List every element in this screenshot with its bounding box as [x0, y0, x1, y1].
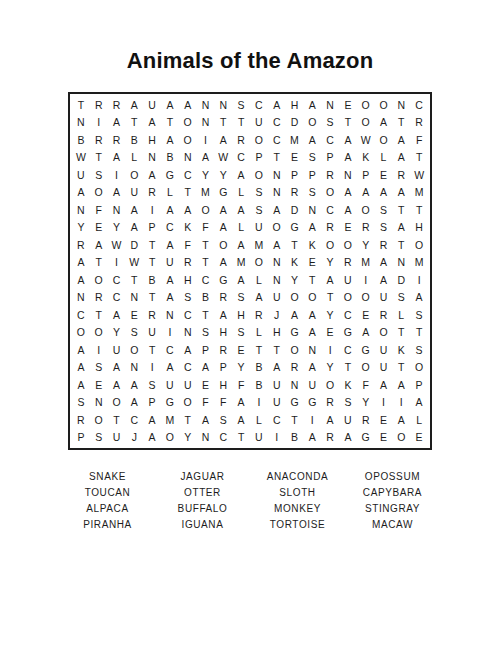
grid-cell[interactable]: O [90, 271, 108, 289]
grid-cell[interactable]: N [339, 166, 357, 184]
grid-cell[interactable]: E [321, 324, 339, 342]
grid-cell[interactable]: S [303, 149, 321, 167]
grid-cell[interactable]: T [392, 201, 410, 219]
grid-cell[interactable]: P [321, 149, 339, 167]
grid-cell[interactable]: M [197, 184, 215, 202]
grid-cell[interactable]: L [250, 271, 268, 289]
grid-cell[interactable]: S [232, 289, 250, 307]
grid-cell[interactable]: G [357, 341, 375, 359]
grid-cell[interactable]: H [410, 219, 428, 237]
grid-cell[interactable]: R [72, 236, 90, 254]
grid-cell[interactable]: E [232, 341, 250, 359]
grid-cell[interactable]: O [268, 219, 286, 237]
grid-cell[interactable]: A [232, 411, 250, 429]
grid-cell[interactable]: A [232, 271, 250, 289]
grid-cell[interactable]: R [108, 96, 126, 114]
grid-cell[interactable]: I [375, 394, 393, 412]
grid-cell[interactable]: H [214, 376, 232, 394]
grid-cell[interactable]: S [143, 376, 161, 394]
grid-cell[interactable]: N [90, 394, 108, 412]
grid-cell[interactable]: A [232, 201, 250, 219]
grid-cell[interactable]: O [72, 324, 90, 342]
grid-cell[interactable]: S [214, 411, 232, 429]
grid-cell[interactable]: F [357, 376, 375, 394]
grid-cell[interactable]: R [214, 289, 232, 307]
grid-cell[interactable]: P [214, 359, 232, 377]
grid-cell[interactable]: B [125, 131, 143, 149]
grid-cell[interactable]: F [197, 219, 215, 237]
grid-cell[interactable]: N [392, 96, 410, 114]
grid-cell[interactable]: W [357, 131, 375, 149]
grid-cell[interactable]: C [125, 411, 143, 429]
grid-cell[interactable]: T [268, 341, 286, 359]
grid-cell[interactable]: P [286, 166, 304, 184]
grid-cell[interactable]: I [108, 166, 126, 184]
grid-cell[interactable]: A [392, 219, 410, 237]
grid-cell[interactable]: P [197, 341, 215, 359]
grid-cell[interactable]: L [250, 324, 268, 342]
grid-cell[interactable]: T [90, 254, 108, 272]
grid-cell[interactable]: A [214, 306, 232, 324]
grid-cell[interactable]: H [268, 324, 286, 342]
grid-cell[interactable]: A [161, 201, 179, 219]
grid-cell[interactable]: A [72, 341, 90, 359]
grid-cell[interactable]: R [179, 254, 197, 272]
grid-cell[interactable]: S [410, 306, 428, 324]
grid-cell[interactable]: N [72, 201, 90, 219]
grid-cell[interactable]: A [392, 376, 410, 394]
grid-cell[interactable]: N [179, 149, 197, 167]
grid-cell[interactable]: T [143, 236, 161, 254]
grid-cell[interactable]: A [303, 359, 321, 377]
grid-cell[interactable]: N [392, 254, 410, 272]
grid-cell[interactable]: T [286, 411, 304, 429]
grid-cell[interactable]: F [410, 131, 428, 149]
grid-cell[interactable]: K [357, 149, 375, 167]
grid-cell[interactable]: P [143, 219, 161, 237]
grid-cell[interactable]: A [339, 201, 357, 219]
grid-cell[interactable]: Y [321, 359, 339, 377]
grid-cell[interactable]: G [161, 166, 179, 184]
grid-cell[interactable]: O [90, 324, 108, 342]
grid-cell[interactable]: Y [321, 254, 339, 272]
grid-cell[interactable]: O [250, 166, 268, 184]
grid-cell[interactable]: T [410, 149, 428, 167]
grid-cell[interactable]: E [90, 219, 108, 237]
grid-cell[interactable]: A [268, 359, 286, 377]
grid-cell[interactable]: A [410, 394, 428, 412]
grid-cell[interactable]: E [286, 149, 304, 167]
grid-cell[interactable]: S [232, 96, 250, 114]
grid-cell[interactable]: O [214, 236, 232, 254]
grid-cell[interactable]: U [125, 184, 143, 202]
grid-cell[interactable]: R [357, 411, 375, 429]
grid-cell[interactable]: A [125, 96, 143, 114]
grid-cell[interactable]: N [303, 201, 321, 219]
grid-cell[interactable]: F [214, 394, 232, 412]
grid-cell[interactable]: T [125, 114, 143, 132]
grid-cell[interactable]: G [161, 394, 179, 412]
grid-cell[interactable]: E [410, 429, 428, 447]
grid-cell[interactable]: Y [321, 306, 339, 324]
grid-cell[interactable]: N [125, 289, 143, 307]
grid-cell[interactable]: I [250, 394, 268, 412]
grid-cell[interactable]: T [268, 149, 286, 167]
grid-cell[interactable]: T [392, 324, 410, 342]
grid-cell[interactable]: O [108, 394, 126, 412]
grid-cell[interactable]: B [72, 131, 90, 149]
grid-cell[interactable]: Y [72, 219, 90, 237]
grid-cell[interactable]: S [197, 324, 215, 342]
grid-cell[interactable]: A [357, 184, 375, 202]
grid-cell[interactable]: W [72, 149, 90, 167]
grid-cell[interactable]: O [90, 184, 108, 202]
grid-cell[interactable]: T [232, 114, 250, 132]
grid-cell[interactable]: R [321, 219, 339, 237]
grid-cell[interactable]: M [286, 131, 304, 149]
grid-cell[interactable]: U [161, 376, 179, 394]
grid-cell[interactable]: T [197, 254, 215, 272]
grid-cell[interactable]: O [321, 376, 339, 394]
grid-cell[interactable]: A [179, 341, 197, 359]
grid-cell[interactable]: Y [214, 166, 232, 184]
grid-cell[interactable]: C [410, 96, 428, 114]
grid-cell[interactable]: N [143, 149, 161, 167]
grid-cell[interactable]: R [108, 131, 126, 149]
grid-cell[interactable]: S [339, 394, 357, 412]
grid-cell[interactable]: A [339, 149, 357, 167]
grid-cell[interactable]: O [321, 236, 339, 254]
grid-cell[interactable]: Y [197, 166, 215, 184]
grid-cell[interactable]: O [375, 131, 393, 149]
grid-cell[interactable]: R [321, 166, 339, 184]
grid-cell[interactable]: P [143, 394, 161, 412]
grid-cell[interactable]: A [108, 184, 126, 202]
grid-cell[interactable]: O [357, 359, 375, 377]
grid-cell[interactable]: K [303, 236, 321, 254]
grid-cell[interactable]: C [321, 131, 339, 149]
grid-cell[interactable]: G [286, 324, 304, 342]
grid-cell[interactable]: Y [232, 359, 250, 377]
grid-cell[interactable]: U [339, 271, 357, 289]
grid-cell[interactable]: G [357, 429, 375, 447]
grid-cell[interactable]: I [90, 114, 108, 132]
grid-cell[interactable]: O [250, 131, 268, 149]
grid-cell[interactable]: A [143, 166, 161, 184]
grid-cell[interactable]: C [179, 166, 197, 184]
grid-cell[interactable]: G [303, 394, 321, 412]
grid-cell[interactable]: L [232, 184, 250, 202]
grid-cell[interactable]: N [303, 341, 321, 359]
grid-cell[interactable]: O [410, 236, 428, 254]
grid-cell[interactable]: R [286, 359, 304, 377]
grid-cell[interactable]: E [357, 306, 375, 324]
grid-cell[interactable]: M [410, 254, 428, 272]
grid-cell[interactable]: E [90, 376, 108, 394]
grid-cell[interactable]: N [125, 359, 143, 377]
grid-cell[interactable]: S [375, 201, 393, 219]
grid-cell[interactable]: U [268, 289, 286, 307]
grid-cell[interactable]: A [161, 236, 179, 254]
grid-cell[interactable]: E [375, 166, 393, 184]
grid-cell[interactable]: A [161, 271, 179, 289]
grid-cell[interactable]: O [179, 394, 197, 412]
grid-cell[interactable]: R [321, 429, 339, 447]
grid-cell[interactable]: T [392, 236, 410, 254]
grid-cell[interactable]: B [197, 289, 215, 307]
grid-cell[interactable]: D [392, 271, 410, 289]
grid-cell[interactable]: C [179, 359, 197, 377]
grid-cell[interactable]: K [339, 376, 357, 394]
grid-cell[interactable]: T [143, 254, 161, 272]
grid-cell[interactable]: O [339, 236, 357, 254]
grid-cell[interactable]: E [375, 411, 393, 429]
grid-cell[interactable]: A [303, 219, 321, 237]
grid-cell[interactable]: S [72, 394, 90, 412]
grid-cell[interactable]: O [179, 131, 197, 149]
grid-cell[interactable]: P [357, 166, 375, 184]
grid-cell[interactable]: E [197, 376, 215, 394]
grid-cell[interactable]: C [161, 219, 179, 237]
grid-cell[interactable]: Y [179, 429, 197, 447]
grid-cell[interactable]: N [161, 306, 179, 324]
grid-cell[interactable]: I [143, 359, 161, 377]
grid-cell[interactable]: B [250, 376, 268, 394]
grid-cell[interactable]: O [90, 411, 108, 429]
grid-cell[interactable]: L [375, 149, 393, 167]
grid-cell[interactable]: A [72, 359, 90, 377]
grid-cell[interactable]: Y [357, 236, 375, 254]
grid-cell[interactable]: H [179, 271, 197, 289]
grid-cell[interactable]: A [232, 166, 250, 184]
grid-cell[interactable]: T [125, 271, 143, 289]
grid-cell[interactable]: N [179, 324, 197, 342]
grid-cell[interactable]: N [321, 96, 339, 114]
grid-cell[interactable]: Y [286, 271, 304, 289]
grid-cell[interactable]: A [143, 411, 161, 429]
grid-cell[interactable]: A [214, 131, 232, 149]
grid-cell[interactable]: T [197, 236, 215, 254]
grid-cell[interactable]: U [375, 289, 393, 307]
grid-cell[interactable]: S [125, 324, 143, 342]
grid-cell[interactable]: A [161, 131, 179, 149]
grid-cell[interactable]: I [268, 429, 286, 447]
grid-cell[interactable]: S [392, 289, 410, 307]
grid-cell[interactable]: A [214, 219, 232, 237]
grid-cell[interactable]: A [197, 149, 215, 167]
grid-cell[interactable]: I [357, 271, 375, 289]
grid-cell[interactable]: B [143, 271, 161, 289]
grid-cell[interactable]: O [125, 341, 143, 359]
grid-cell[interactable]: I [321, 341, 339, 359]
grid-cell[interactable]: A [303, 429, 321, 447]
grid-cell[interactable]: O [410, 359, 428, 377]
grid-cell[interactable]: O [286, 341, 304, 359]
grid-cell[interactable]: M [357, 254, 375, 272]
grid-cell[interactable]: S [375, 219, 393, 237]
grid-cell[interactable]: T [339, 114, 357, 132]
grid-cell[interactable]: U [303, 376, 321, 394]
grid-cell[interactable]: I [108, 254, 126, 272]
grid-cell[interactable]: I [161, 324, 179, 342]
grid-cell[interactable]: C [108, 289, 126, 307]
grid-cell[interactable]: R [90, 96, 108, 114]
grid-cell[interactable]: N [268, 166, 286, 184]
grid-cell[interactable]: R [90, 131, 108, 149]
grid-cell[interactable]: S [250, 184, 268, 202]
grid-cell[interactable]: C [339, 341, 357, 359]
grid-cell[interactable]: E [375, 429, 393, 447]
grid-cell[interactable]: T [179, 184, 197, 202]
grid-cell[interactable]: U [250, 429, 268, 447]
grid-cell[interactable]: N [197, 96, 215, 114]
grid-cell[interactable]: Y [108, 324, 126, 342]
grid-cell[interactable]: A [375, 271, 393, 289]
grid-cell[interactable]: T [143, 289, 161, 307]
grid-cell[interactable]: N [214, 96, 232, 114]
grid-cell[interactable]: A [321, 411, 339, 429]
grid-cell[interactable]: R [90, 289, 108, 307]
grid-cell[interactable]: N [72, 114, 90, 132]
grid-cell[interactable]: S [303, 184, 321, 202]
grid-cell[interactable]: A [214, 254, 232, 272]
grid-cell[interactable]: R [214, 341, 232, 359]
grid-cell[interactable]: O [303, 114, 321, 132]
grid-cell[interactable]: A [108, 114, 126, 132]
grid-cell[interactable]: O [392, 429, 410, 447]
grid-cell[interactable]: T [286, 236, 304, 254]
grid-cell[interactable]: S [232, 324, 250, 342]
grid-cell[interactable]: N [197, 114, 215, 132]
grid-cell[interactable]: I [90, 341, 108, 359]
grid-cell[interactable]: G [214, 271, 232, 289]
grid-cell[interactable]: U [161, 254, 179, 272]
grid-cell[interactable]: B [250, 359, 268, 377]
grid-cell[interactable]: W [108, 236, 126, 254]
grid-cell[interactable]: R [410, 114, 428, 132]
grid-cell[interactable]: T [303, 271, 321, 289]
grid-cell[interactable]: L [250, 411, 268, 429]
grid-cell[interactable]: U [375, 341, 393, 359]
grid-cell[interactable]: Y [108, 219, 126, 237]
grid-cell[interactable]: N [108, 201, 126, 219]
grid-cell[interactable]: A [232, 236, 250, 254]
grid-cell[interactable]: O [375, 324, 393, 342]
grid-cell[interactable]: K [392, 341, 410, 359]
grid-cell[interactable]: T [410, 324, 428, 342]
grid-cell[interactable]: C [179, 306, 197, 324]
grid-cell[interactable]: T [321, 289, 339, 307]
grid-cell[interactable]: S [321, 114, 339, 132]
grid-cell[interactable]: U [250, 114, 268, 132]
grid-cell[interactable]: C [214, 429, 232, 447]
grid-cell[interactable]: I [410, 271, 428, 289]
grid-cell[interactable]: G [286, 394, 304, 412]
grid-cell[interactable]: N [72, 289, 90, 307]
grid-cell[interactable]: F [90, 201, 108, 219]
grid-cell[interactable]: A [268, 201, 286, 219]
grid-cell[interactable]: A [392, 184, 410, 202]
grid-cell[interactable]: A [303, 324, 321, 342]
grid-cell[interactable]: Y [357, 394, 375, 412]
grid-cell[interactable]: O [357, 114, 375, 132]
grid-cell[interactable]: A [303, 131, 321, 149]
grid-cell[interactable]: R [72, 411, 90, 429]
grid-cell[interactable]: T [161, 114, 179, 132]
grid-cell[interactable]: H [214, 324, 232, 342]
grid-cell[interactable]: O [197, 201, 215, 219]
grid-cell[interactable]: S [90, 359, 108, 377]
grid-cell[interactable]: I [303, 411, 321, 429]
grid-cell[interactable]: O [161, 429, 179, 447]
grid-cell[interactable]: L [125, 149, 143, 167]
grid-cell[interactable]: E [339, 219, 357, 237]
grid-cell[interactable]: O [125, 166, 143, 184]
grid-cell[interactable]: O [357, 201, 375, 219]
grid-cell[interactable]: A [392, 131, 410, 149]
grid-cell[interactable]: U [143, 96, 161, 114]
grid-cell[interactable]: A [303, 306, 321, 324]
grid-cell[interactable]: D [125, 236, 143, 254]
grid-cell[interactable]: U [250, 219, 268, 237]
grid-cell[interactable]: O [250, 254, 268, 272]
grid-cell[interactable]: A [161, 289, 179, 307]
grid-cell[interactable]: A [392, 149, 410, 167]
grid-cell[interactable]: T [392, 359, 410, 377]
grid-cell[interactable]: M [161, 411, 179, 429]
grid-cell[interactable]: A [268, 96, 286, 114]
grid-cell[interactable]: R [375, 236, 393, 254]
grid-cell[interactable]: I [392, 394, 410, 412]
grid-cell[interactable]: D [286, 201, 304, 219]
grid-cell[interactable]: U [339, 411, 357, 429]
grid-cell[interactable]: C [232, 149, 250, 167]
grid-cell[interactable]: P [410, 376, 428, 394]
grid-cell[interactable]: P [303, 166, 321, 184]
grid-cell[interactable]: R [143, 184, 161, 202]
grid-cell[interactable]: A [375, 184, 393, 202]
grid-cell[interactable]: A [125, 201, 143, 219]
grid-cell[interactable]: T [72, 96, 90, 114]
grid-cell[interactable]: F [197, 394, 215, 412]
grid-cell[interactable]: A [232, 394, 250, 412]
grid-cell[interactable]: C [321, 201, 339, 219]
grid-cell[interactable]: T [232, 429, 250, 447]
grid-cell[interactable]: G [339, 324, 357, 342]
grid-cell[interactable]: O [321, 184, 339, 202]
grid-cell[interactable]: R [321, 394, 339, 412]
grid-cell[interactable]: H [286, 96, 304, 114]
grid-cell[interactable]: B [286, 429, 304, 447]
grid-cell[interactable]: L [392, 306, 410, 324]
grid-cell[interactable]: A [125, 219, 143, 237]
grid-cell[interactable]: G [214, 184, 232, 202]
grid-cell[interactable]: T [392, 114, 410, 132]
grid-cell[interactable]: C [72, 306, 90, 324]
grid-cell[interactable]: F [179, 236, 197, 254]
grid-cell[interactable]: T [339, 359, 357, 377]
grid-cell[interactable]: R [232, 131, 250, 149]
grid-cell[interactable]: A [72, 254, 90, 272]
grid-cell[interactable]: A [197, 359, 215, 377]
grid-cell[interactable]: S [90, 429, 108, 447]
grid-cell[interactable]: A [392, 411, 410, 429]
grid-cell[interactable]: M [250, 236, 268, 254]
grid-cell[interactable]: K [286, 254, 304, 272]
grid-cell[interactable]: T [410, 201, 428, 219]
grid-cell[interactable]: M [410, 184, 428, 202]
grid-cell[interactable]: A [125, 376, 143, 394]
